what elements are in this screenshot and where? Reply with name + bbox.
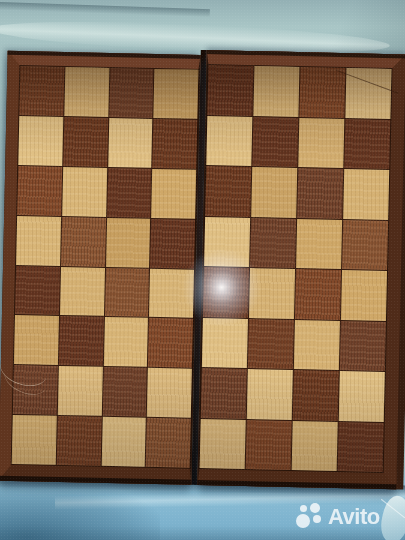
right-half-grid xyxy=(200,65,392,472)
square-g4[interactable] xyxy=(295,269,341,319)
square-e7[interactable] xyxy=(206,116,252,166)
square-g7[interactable] xyxy=(298,118,344,168)
folding-chessboard xyxy=(0,51,405,490)
square-c3[interactable] xyxy=(103,317,148,367)
square-e8[interactable] xyxy=(207,65,253,115)
square-h2[interactable] xyxy=(339,371,385,421)
square-d7[interactable] xyxy=(152,119,197,169)
shiny-fabric-scrap xyxy=(377,493,405,540)
square-f2[interactable] xyxy=(247,369,293,419)
square-b5[interactable] xyxy=(61,217,106,267)
avito-watermark: Avito xyxy=(296,501,380,531)
left-half-grid xyxy=(12,66,199,468)
square-d1[interactable] xyxy=(146,418,191,468)
square-f7[interactable] xyxy=(252,117,298,167)
square-a2[interactable] xyxy=(13,365,58,415)
square-g6[interactable] xyxy=(297,168,343,218)
square-h5[interactable] xyxy=(342,220,388,270)
square-h3[interactable] xyxy=(340,321,386,371)
square-e1[interactable] xyxy=(200,419,246,469)
frame-outer-edge xyxy=(8,51,201,59)
square-f8[interactable] xyxy=(253,66,299,116)
square-e3[interactable] xyxy=(202,318,248,368)
board-left-half xyxy=(0,51,201,485)
square-c5[interactable] xyxy=(106,218,151,268)
square-g3[interactable] xyxy=(294,320,340,370)
square-a7[interactable] xyxy=(18,116,63,166)
frame-outer-edge xyxy=(207,50,405,58)
fabric-fold-shadow-bottom-left xyxy=(0,483,160,540)
square-d8[interactable] xyxy=(154,69,199,119)
square-c2[interactable] xyxy=(102,367,147,417)
frame-outer-edge xyxy=(197,480,396,489)
square-a6[interactable] xyxy=(17,166,62,216)
square-f1[interactable] xyxy=(246,420,292,470)
square-h8[interactable] xyxy=(345,68,391,118)
square-d2[interactable] xyxy=(147,368,192,418)
square-f3[interactable] xyxy=(248,319,294,369)
square-e4[interactable] xyxy=(203,267,249,317)
square-f6[interactable] xyxy=(251,167,297,217)
square-a4[interactable] xyxy=(15,265,60,315)
square-b6[interactable] xyxy=(62,167,107,217)
square-a8[interactable] xyxy=(19,66,64,116)
square-e2[interactable] xyxy=(201,368,247,418)
square-c4[interactable] xyxy=(104,267,149,317)
square-g1[interactable] xyxy=(292,421,338,471)
square-g8[interactable] xyxy=(299,67,345,117)
fabric-fold-shadow-top xyxy=(0,2,210,17)
square-d4[interactable] xyxy=(149,268,194,318)
avito-logo-icon xyxy=(296,501,325,531)
square-a1[interactable] xyxy=(12,415,57,465)
square-b1[interactable] xyxy=(56,416,101,466)
square-h7[interactable] xyxy=(344,119,390,169)
square-b3[interactable] xyxy=(59,316,104,366)
square-b2[interactable] xyxy=(58,366,103,416)
square-f4[interactable] xyxy=(249,268,295,318)
square-a3[interactable] xyxy=(14,315,59,365)
square-f5[interactable] xyxy=(250,218,296,268)
shiny-fabric-scrap-highlight xyxy=(381,499,405,518)
square-c1[interactable] xyxy=(101,417,146,467)
square-e5[interactable] xyxy=(204,217,250,267)
square-e6[interactable] xyxy=(205,166,251,216)
square-g2[interactable] xyxy=(293,370,339,420)
square-c6[interactable] xyxy=(107,168,152,218)
frame-outer-edge xyxy=(0,476,191,485)
square-b7[interactable] xyxy=(63,117,108,167)
square-b8[interactable] xyxy=(64,67,109,117)
listing-photo: Avito xyxy=(0,0,405,540)
square-d3[interactable] xyxy=(148,318,193,368)
square-c8[interactable] xyxy=(109,68,154,118)
square-b4[interactable] xyxy=(60,266,105,316)
square-d5[interactable] xyxy=(150,219,195,269)
square-a5[interactable] xyxy=(16,216,61,266)
square-g5[interactable] xyxy=(296,219,342,269)
square-d6[interactable] xyxy=(151,169,196,219)
square-h4[interactable] xyxy=(341,270,387,320)
avito-watermark-text: Avito xyxy=(328,502,380,531)
square-h1[interactable] xyxy=(338,422,384,472)
board-right-half xyxy=(197,50,405,489)
square-c7[interactable] xyxy=(108,118,153,168)
fabric-shade-top-right xyxy=(300,0,405,58)
square-h6[interactable] xyxy=(343,169,389,219)
